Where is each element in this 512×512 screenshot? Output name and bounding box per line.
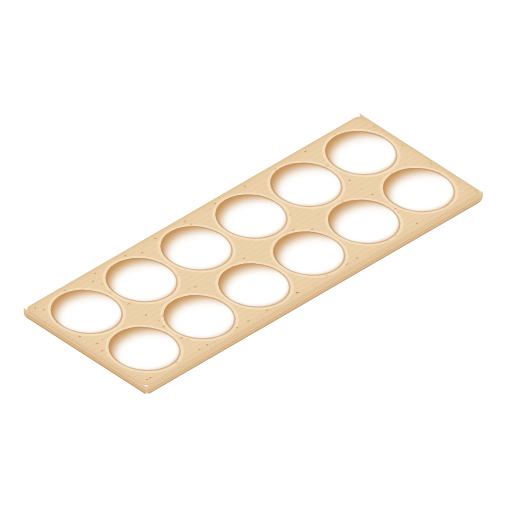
photo-canvas: [0, 0, 512, 512]
board-perspective-plane: [24, 115, 482, 388]
mancala-board: [24, 115, 482, 388]
